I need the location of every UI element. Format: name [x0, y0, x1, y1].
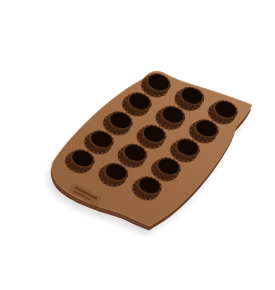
- product-photo: [0, 0, 275, 290]
- chocolate-mold-photo: [0, 0, 275, 290]
